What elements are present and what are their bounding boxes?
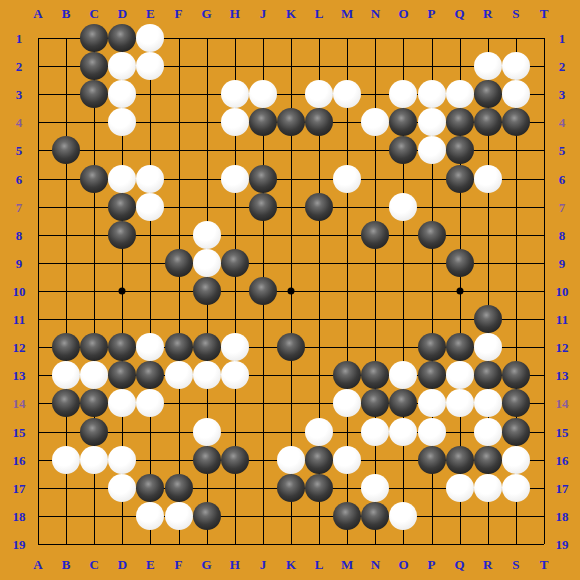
white-stone-H6 bbox=[221, 165, 249, 193]
white-stone-F13 bbox=[165, 361, 193, 389]
white-stone-S3 bbox=[502, 80, 530, 108]
white-stone-R2 bbox=[474, 52, 502, 80]
white-stone-E6 bbox=[136, 165, 164, 193]
white-stone-D2 bbox=[108, 52, 136, 80]
white-stone-G15 bbox=[193, 418, 221, 446]
white-stone-R15 bbox=[474, 418, 502, 446]
black-stone-S14 bbox=[502, 389, 530, 417]
black-stone-B14 bbox=[52, 389, 80, 417]
white-stone-S2 bbox=[502, 52, 530, 80]
black-stone-R16 bbox=[474, 446, 502, 474]
white-stone-E12 bbox=[136, 333, 164, 361]
column-label-bottom-H: H bbox=[230, 558, 240, 571]
row-label-right-2: 2 bbox=[559, 60, 566, 73]
black-stone-B5 bbox=[52, 136, 80, 164]
column-label-top-O: O bbox=[398, 7, 408, 20]
column-label-top-A: A bbox=[33, 7, 42, 20]
row-label-left-13: 13 bbox=[13, 369, 26, 382]
black-stone-D13 bbox=[108, 361, 136, 389]
row-label-left-15: 15 bbox=[13, 425, 26, 438]
white-stone-K16 bbox=[277, 446, 305, 474]
row-label-right-7: 7 bbox=[559, 200, 566, 213]
row-label-left-8: 8 bbox=[16, 228, 23, 241]
column-label-top-L: L bbox=[315, 7, 324, 20]
black-stone-O4 bbox=[389, 108, 417, 136]
row-label-right-10: 10 bbox=[556, 285, 569, 298]
row-label-left-11: 11 bbox=[13, 313, 25, 326]
column-label-bottom-M: M bbox=[341, 558, 353, 571]
white-stone-H4 bbox=[221, 108, 249, 136]
black-stone-J4 bbox=[249, 108, 277, 136]
white-stone-D16 bbox=[108, 446, 136, 474]
white-stone-S16 bbox=[502, 446, 530, 474]
black-stone-N13 bbox=[361, 361, 389, 389]
white-stone-N17 bbox=[361, 474, 389, 502]
row-label-left-14: 14 bbox=[13, 397, 26, 410]
white-stone-P5 bbox=[418, 136, 446, 164]
black-stone-M18 bbox=[333, 502, 361, 530]
white-stone-C13 bbox=[80, 361, 108, 389]
white-stone-Q3 bbox=[446, 80, 474, 108]
column-label-top-K: K bbox=[286, 7, 296, 20]
star-point-K10 bbox=[288, 288, 295, 295]
white-stone-H13 bbox=[221, 361, 249, 389]
black-stone-R4 bbox=[474, 108, 502, 136]
black-stone-J7 bbox=[249, 193, 277, 221]
white-stone-P4 bbox=[418, 108, 446, 136]
row-label-left-1: 1 bbox=[16, 32, 23, 45]
black-stone-L16 bbox=[305, 446, 333, 474]
column-label-top-C: C bbox=[90, 7, 99, 20]
black-stone-S15 bbox=[502, 418, 530, 446]
black-stone-N18 bbox=[361, 502, 389, 530]
column-label-bottom-B: B bbox=[62, 558, 71, 571]
black-stone-D7 bbox=[108, 193, 136, 221]
black-stone-L17 bbox=[305, 474, 333, 502]
row-label-left-17: 17 bbox=[13, 481, 26, 494]
black-stone-C3 bbox=[80, 80, 108, 108]
row-label-right-3: 3 bbox=[559, 88, 566, 101]
column-label-bottom-T: T bbox=[540, 558, 549, 571]
black-stone-K17 bbox=[277, 474, 305, 502]
column-label-bottom-E: E bbox=[146, 558, 155, 571]
white-stone-H3 bbox=[221, 80, 249, 108]
white-stone-C16 bbox=[80, 446, 108, 474]
column-label-top-T: T bbox=[540, 7, 549, 20]
black-stone-J6 bbox=[249, 165, 277, 193]
row-label-right-16: 16 bbox=[556, 453, 569, 466]
black-stone-N14 bbox=[361, 389, 389, 417]
black-stone-P12 bbox=[418, 333, 446, 361]
black-stone-O14 bbox=[389, 389, 417, 417]
black-stone-R11 bbox=[474, 305, 502, 333]
white-stone-P15 bbox=[418, 418, 446, 446]
black-stone-Q4 bbox=[446, 108, 474, 136]
black-stone-C14 bbox=[80, 389, 108, 417]
row-label-left-6: 6 bbox=[16, 172, 23, 185]
row-label-left-7: 7 bbox=[16, 200, 23, 213]
white-stone-D17 bbox=[108, 474, 136, 502]
black-stone-K12 bbox=[277, 333, 305, 361]
white-stone-E14 bbox=[136, 389, 164, 417]
white-stone-F18 bbox=[165, 502, 193, 530]
white-stone-E1 bbox=[136, 24, 164, 52]
column-label-bottom-K: K bbox=[286, 558, 296, 571]
column-label-bottom-C: C bbox=[90, 558, 99, 571]
row-label-right-13: 13 bbox=[556, 369, 569, 382]
column-label-top-P: P bbox=[428, 7, 436, 20]
white-stone-G9 bbox=[193, 249, 221, 277]
column-label-top-E: E bbox=[146, 7, 155, 20]
black-stone-O5 bbox=[389, 136, 417, 164]
column-label-bottom-G: G bbox=[202, 558, 212, 571]
white-stone-Q13 bbox=[446, 361, 474, 389]
white-stone-R14 bbox=[474, 389, 502, 417]
white-stone-B13 bbox=[52, 361, 80, 389]
row-label-left-19: 19 bbox=[13, 538, 26, 551]
white-stone-J3 bbox=[249, 80, 277, 108]
column-label-bottom-J: J bbox=[260, 558, 267, 571]
column-label-bottom-D: D bbox=[118, 558, 127, 571]
black-stone-E17 bbox=[136, 474, 164, 502]
black-stone-H16 bbox=[221, 446, 249, 474]
black-stone-Q16 bbox=[446, 446, 474, 474]
black-stone-G16 bbox=[193, 446, 221, 474]
white-stone-M6 bbox=[333, 165, 361, 193]
column-label-top-B: B bbox=[62, 7, 71, 20]
black-stone-R13 bbox=[474, 361, 502, 389]
black-stone-S4 bbox=[502, 108, 530, 136]
white-stone-R17 bbox=[474, 474, 502, 502]
white-stone-D6 bbox=[108, 165, 136, 193]
black-stone-F9 bbox=[165, 249, 193, 277]
row-label-left-5: 5 bbox=[16, 144, 23, 157]
row-label-right-9: 9 bbox=[559, 256, 566, 269]
column-label-bottom-S: S bbox=[512, 558, 519, 571]
column-label-bottom-N: N bbox=[371, 558, 380, 571]
column-label-bottom-L: L bbox=[315, 558, 324, 571]
go-board[interactable]: AABBCCDDEEFFGGHHJJKKLLMMNNOOPPQQRRSSTT11… bbox=[0, 0, 580, 580]
black-stone-Q6 bbox=[446, 165, 474, 193]
white-stone-O18 bbox=[389, 502, 417, 530]
column-label-top-J: J bbox=[260, 7, 267, 20]
black-stone-D1 bbox=[108, 24, 136, 52]
row-label-left-16: 16 bbox=[13, 453, 26, 466]
row-label-left-3: 3 bbox=[16, 88, 23, 101]
white-stone-E2 bbox=[136, 52, 164, 80]
white-stone-E7 bbox=[136, 193, 164, 221]
row-label-right-11: 11 bbox=[556, 313, 568, 326]
column-label-bottom-F: F bbox=[175, 558, 183, 571]
white-stone-S17 bbox=[502, 474, 530, 502]
black-stone-C6 bbox=[80, 165, 108, 193]
column-label-top-H: H bbox=[230, 7, 240, 20]
column-label-top-F: F bbox=[175, 7, 183, 20]
black-stone-B12 bbox=[52, 333, 80, 361]
black-stone-F17 bbox=[165, 474, 193, 502]
black-stone-Q12 bbox=[446, 333, 474, 361]
white-stone-Q14 bbox=[446, 389, 474, 417]
white-stone-P3 bbox=[418, 80, 446, 108]
black-stone-P16 bbox=[418, 446, 446, 474]
column-label-bottom-O: O bbox=[398, 558, 408, 571]
white-stone-Q17 bbox=[446, 474, 474, 502]
white-stone-O7 bbox=[389, 193, 417, 221]
column-label-top-D: D bbox=[118, 7, 127, 20]
row-label-left-12: 12 bbox=[13, 341, 26, 354]
row-label-right-18: 18 bbox=[556, 509, 569, 522]
white-stone-O3 bbox=[389, 80, 417, 108]
white-stone-M14 bbox=[333, 389, 361, 417]
column-label-bottom-P: P bbox=[428, 558, 436, 571]
black-stone-C1 bbox=[80, 24, 108, 52]
black-stone-G18 bbox=[193, 502, 221, 530]
white-stone-D3 bbox=[108, 80, 136, 108]
black-stone-P13 bbox=[418, 361, 446, 389]
black-stone-D8 bbox=[108, 221, 136, 249]
black-stone-H9 bbox=[221, 249, 249, 277]
black-stone-C12 bbox=[80, 333, 108, 361]
black-stone-C2 bbox=[80, 52, 108, 80]
row-label-right-5: 5 bbox=[559, 144, 566, 157]
black-stone-R3 bbox=[474, 80, 502, 108]
white-stone-G8 bbox=[193, 221, 221, 249]
black-stone-Q9 bbox=[446, 249, 474, 277]
white-stone-D4 bbox=[108, 108, 136, 136]
black-stone-G10 bbox=[193, 277, 221, 305]
white-stone-D14 bbox=[108, 389, 136, 417]
white-stone-G13 bbox=[193, 361, 221, 389]
star-point-Q10 bbox=[456, 288, 463, 295]
white-stone-P14 bbox=[418, 389, 446, 417]
column-label-top-G: G bbox=[202, 7, 212, 20]
white-stone-O13 bbox=[389, 361, 417, 389]
column-label-bottom-A: A bbox=[33, 558, 42, 571]
white-stone-R12 bbox=[474, 333, 502, 361]
black-stone-P8 bbox=[418, 221, 446, 249]
row-label-right-6: 6 bbox=[559, 172, 566, 185]
black-stone-N8 bbox=[361, 221, 389, 249]
row-label-right-1: 1 bbox=[559, 32, 566, 45]
row-label-right-17: 17 bbox=[556, 481, 569, 494]
row-label-right-4: 4 bbox=[559, 116, 566, 129]
white-stone-L3 bbox=[305, 80, 333, 108]
column-label-bottom-R: R bbox=[483, 558, 492, 571]
row-label-left-2: 2 bbox=[16, 60, 23, 73]
white-stone-M3 bbox=[333, 80, 361, 108]
black-stone-E13 bbox=[136, 361, 164, 389]
black-stone-D12 bbox=[108, 333, 136, 361]
black-stone-K4 bbox=[277, 108, 305, 136]
white-stone-L15 bbox=[305, 418, 333, 446]
column-label-top-S: S bbox=[512, 7, 519, 20]
white-stone-H12 bbox=[221, 333, 249, 361]
black-stone-G12 bbox=[193, 333, 221, 361]
row-label-left-9: 9 bbox=[16, 256, 23, 269]
row-label-left-18: 18 bbox=[13, 509, 26, 522]
black-stone-F12 bbox=[165, 333, 193, 361]
white-stone-N4 bbox=[361, 108, 389, 136]
row-label-right-12: 12 bbox=[556, 341, 569, 354]
column-label-top-Q: Q bbox=[455, 7, 465, 20]
white-stone-B16 bbox=[52, 446, 80, 474]
black-stone-S13 bbox=[502, 361, 530, 389]
row-label-left-4: 4 bbox=[16, 116, 23, 129]
black-stone-M13 bbox=[333, 361, 361, 389]
row-label-right-14: 14 bbox=[556, 397, 569, 410]
column-label-top-N: N bbox=[371, 7, 380, 20]
star-point-D10 bbox=[119, 288, 126, 295]
black-stone-C15 bbox=[80, 418, 108, 446]
column-label-bottom-Q: Q bbox=[455, 558, 465, 571]
white-stone-E18 bbox=[136, 502, 164, 530]
row-label-right-19: 19 bbox=[556, 538, 569, 551]
black-stone-L4 bbox=[305, 108, 333, 136]
black-stone-L7 bbox=[305, 193, 333, 221]
black-stone-Q5 bbox=[446, 136, 474, 164]
column-label-top-R: R bbox=[483, 7, 492, 20]
black-stone-J10 bbox=[249, 277, 277, 305]
white-stone-O15 bbox=[389, 418, 417, 446]
white-stone-N15 bbox=[361, 418, 389, 446]
white-stone-R6 bbox=[474, 165, 502, 193]
white-stone-M16 bbox=[333, 446, 361, 474]
row-label-right-15: 15 bbox=[556, 425, 569, 438]
column-label-top-M: M bbox=[341, 7, 353, 20]
row-label-right-8: 8 bbox=[559, 228, 566, 241]
row-label-left-10: 10 bbox=[13, 285, 26, 298]
